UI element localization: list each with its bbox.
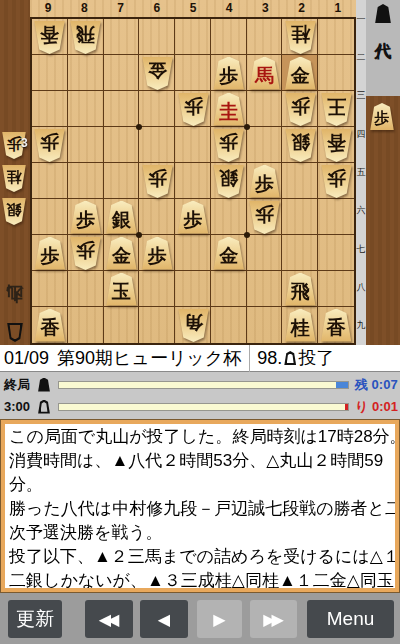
board-cell [139, 91, 175, 127]
board-cell [282, 199, 318, 235]
sente-player-name: 八代 [372, 28, 395, 32]
shogi-piece-36: 歩 [249, 201, 280, 234]
rank-label: 三 [356, 77, 366, 115]
toolbar: 更新◀◀◀▶▶▶Menu [0, 593, 400, 644]
star-point [136, 124, 142, 130]
shogi-piece-77: 金 [106, 237, 137, 270]
rank-label: 九 [356, 307, 366, 345]
gote-koma-icon [7, 323, 23, 342]
file-label: 2 [284, 0, 320, 17]
board-cell [104, 127, 140, 163]
sente-captured-tray: 八代 歩 [366, 0, 400, 345]
board-cell [318, 199, 354, 235]
gote-hand-pieces: 歩3桂銀 [2, 132, 26, 225]
shogi-piece-91: 香 [34, 21, 65, 54]
board-cell [175, 235, 211, 271]
file-label: 8 [66, 0, 102, 17]
hand-piece: 歩 [370, 103, 394, 130]
board-cell [318, 271, 354, 307]
time-bar [58, 403, 349, 411]
hand-piece: 銀 [2, 198, 26, 225]
commentary-panel[interactable]: この局面で丸山が投了した。終局時刻は17時28分。消費時間は、▲八代２時間53分… [0, 419, 400, 593]
board-cell [32, 199, 68, 235]
shogi-piece-76: 銀 [106, 201, 137, 234]
rank-label: 八 [356, 268, 366, 306]
commentary-line: 勝った八代は中村修九段－戸辺誠七段戦の勝者と二 [9, 497, 391, 521]
board-cell [139, 127, 175, 163]
board-cell [104, 307, 140, 343]
rank-labels: 一二三四五六七八九 [356, 0, 366, 345]
board-cell [139, 19, 175, 55]
file-label: 6 [139, 0, 175, 17]
hand-piece-count: 3 [21, 136, 28, 150]
board-cell [104, 91, 140, 127]
shogi-piece-86: 歩 [70, 201, 101, 234]
shogi-piece-81: 飛 [70, 21, 101, 54]
star-point [136, 232, 142, 238]
shogi-piece-43: 圭 [213, 93, 244, 126]
current-move: 98. 投了 [257, 346, 334, 370]
shogi-piece-99: 香 [34, 309, 65, 342]
board-cell [104, 55, 140, 91]
shogi-piece-56: 歩 [178, 201, 209, 234]
file-label: 7 [102, 0, 138, 17]
star-point [244, 124, 250, 130]
sente-koma-icon [38, 378, 50, 392]
shogi-piece-87: 歩 [70, 237, 101, 270]
board-cell [175, 163, 211, 199]
shogi-piece-13: 王 [321, 93, 352, 126]
clock-row-sente: 終局残 0:07 [0, 376, 400, 393]
file-label: 5 [175, 0, 211, 17]
board-cell [211, 19, 247, 55]
board-area: 歩3桂銀 丸山 987654321 香飛桂金歩馬金歩圭歩王歩歩銀香歩銀歩歩歩銀歩… [0, 0, 400, 345]
shogi-piece-78: 玉 [106, 273, 137, 306]
gote-move-icon [284, 351, 296, 365]
first-button[interactable]: ◀◀ [85, 600, 133, 638]
commentary-line: 分。 [9, 473, 391, 497]
shogi-piece-29: 桂 [285, 309, 316, 342]
board-cell [175, 127, 211, 163]
shogi-piece-19: 香 [321, 309, 352, 342]
sente-player-block: 八代 [366, 0, 400, 96]
shogi-piece-59: 角 [178, 309, 209, 342]
gote-captured-tray: 歩3桂銀 丸山 [0, 0, 30, 345]
board-cell [211, 199, 247, 235]
board-cell [104, 19, 140, 55]
sente-hand-pieces: 歩 [370, 103, 394, 130]
board-cell [32, 91, 68, 127]
update-button[interactable]: 更新 [8, 600, 62, 638]
move-text: 投了 [298, 346, 334, 370]
board-cell [32, 271, 68, 307]
shogi-piece-53: 歩 [178, 93, 209, 126]
sente-koma-icon [375, 4, 391, 23]
shogi-piece-97: 歩 [34, 237, 65, 270]
board-cell [247, 91, 283, 127]
clock-row-gote: 3:00り 0:01 [0, 398, 400, 415]
file-label: 1 [320, 0, 356, 17]
status-bar: 01/09 第90期ヒューリック杯 98. 投了 [0, 345, 400, 372]
shogi-piece-15: 歩 [321, 165, 352, 198]
event-title: 第90期ヒューリック杯 [57, 346, 241, 370]
rank-label: 七 [356, 230, 366, 268]
board-cell [68, 271, 104, 307]
shogi-piece-35: 歩 [249, 165, 280, 198]
shogi-piece-67: 歩 [142, 237, 173, 270]
shogi-piece-45: 銀 [213, 165, 244, 198]
commentary-line: この局面で丸山が投了した。終局時刻は17時28分。 [9, 425, 391, 449]
file-label: 3 [247, 0, 283, 17]
file-labels: 987654321 [30, 0, 356, 17]
shogi-app-screen: 歩3桂銀 丸山 987654321 香飛桂金歩馬金歩圭歩王歩歩銀香歩銀歩歩歩銀歩… [0, 0, 400, 644]
clock-panel: 終局残 0:073:00り 0:01 [0, 372, 400, 419]
board-cell [68, 127, 104, 163]
board-cell [282, 235, 318, 271]
board-cell [32, 55, 68, 91]
rank-label: 四 [356, 115, 366, 153]
clock-label: 終局 [4, 376, 36, 394]
gote-player-label: 丸山 [3, 250, 27, 342]
shogi-piece-28: 飛 [285, 273, 316, 306]
clock-label: 3:00 [4, 399, 36, 414]
shogi-piece-44: 歩 [213, 129, 244, 162]
shogi-piece-32: 馬 [249, 57, 280, 90]
board-cell [282, 163, 318, 199]
board-cell [318, 235, 354, 271]
rank-label: 六 [356, 192, 366, 230]
shogi-piece-65: 歩 [142, 165, 173, 198]
board-cell [139, 307, 175, 343]
shogi-piece-94: 歩 [34, 129, 65, 162]
shogi-piece-62: 金 [142, 57, 173, 90]
board-cell [68, 91, 104, 127]
board-cell [139, 271, 175, 307]
commentary-text: この局面で丸山が投了した。終局時刻は17時28分。消費時間は、▲八代２時間53分… [5, 424, 395, 588]
rank-label: 一 [356, 0, 366, 38]
board-cell [175, 271, 211, 307]
shogi-piece-42: 歩 [213, 57, 244, 90]
move-number: 98. [257, 348, 282, 369]
time-bar [58, 381, 349, 389]
next-button[interactable]: ▶ [197, 600, 242, 638]
commentary-line: 消費時間は、▲八代２時間53分、△丸山２時間59 [9, 449, 391, 473]
menu-button[interactable]: Menu [307, 600, 394, 638]
board-cell [68, 55, 104, 91]
board-cell [247, 271, 283, 307]
gote-koma-icon [38, 400, 50, 414]
board-cell [32, 163, 68, 199]
shogi-piece-21: 桂 [285, 21, 316, 54]
board-cell [211, 271, 247, 307]
board-cell [104, 163, 140, 199]
last-button[interactable]: ▶▶ [250, 600, 297, 638]
status-divider [249, 345, 250, 372]
hand-piece: 歩3 [2, 132, 26, 159]
board-cell [175, 55, 211, 91]
board-cell [247, 235, 283, 271]
shogi-piece-23: 歩 [285, 93, 316, 126]
shogi-piece-24: 銀 [285, 129, 316, 162]
commentary-line: 次予選決勝を戦う。 [9, 521, 391, 545]
shogi-board: 987654321 香飛桂金歩馬金歩圭歩王歩歩銀香歩銀歩歩歩銀歩歩歩歩金歩金玉飛… [30, 0, 356, 345]
board-cell [247, 127, 283, 163]
prev-button[interactable]: ◀ [140, 600, 188, 638]
board-cell [139, 199, 175, 235]
hand-piece: 桂 [2, 165, 26, 192]
rank-label: 二 [356, 38, 366, 76]
shogi-piece-14: 香 [321, 129, 352, 162]
board-cell [318, 55, 354, 91]
shogi-piece-22: 金 [285, 57, 316, 90]
board-cell [68, 163, 104, 199]
commentary-line: 投了以下、▲２三馬までの詰めろを受けるには△１ [9, 545, 391, 569]
shogi-piece-47: 金 [213, 237, 244, 270]
rank-label: 五 [356, 153, 366, 191]
kifu-date: 01/09 [4, 348, 49, 369]
board-cell [247, 307, 283, 343]
time-remaining: 残 0:07 [355, 376, 398, 394]
board-cell [318, 19, 354, 55]
gote-player-name: 丸山 [4, 314, 27, 318]
file-label: 9 [30, 0, 66, 17]
file-label: 4 [211, 0, 247, 17]
star-point [244, 232, 250, 238]
board-cell [211, 307, 247, 343]
commentary-line: 二銀しかないが、▲３三成桂△同桂▲１二金△同玉 [9, 569, 391, 588]
board-cell [175, 19, 211, 55]
board-cell [247, 19, 283, 55]
time-remaining: り 0:01 [355, 398, 398, 416]
board-cell [68, 307, 104, 343]
